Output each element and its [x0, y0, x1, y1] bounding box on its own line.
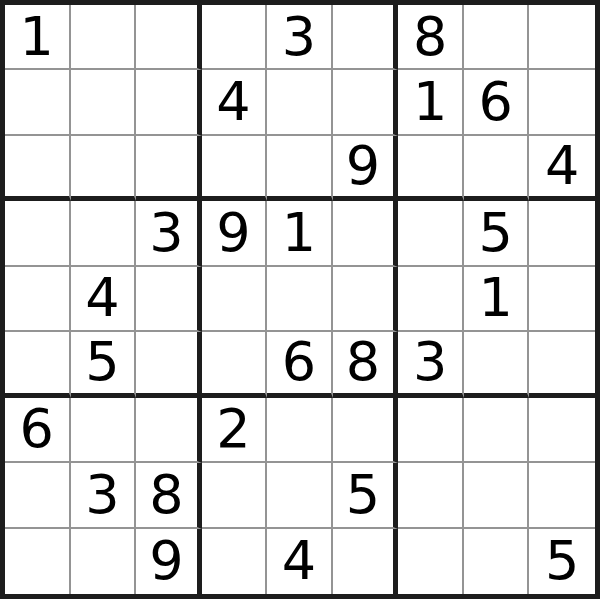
cell-r7c2[interactable] — [71, 398, 137, 463]
cell-r6c4[interactable] — [202, 332, 268, 397]
cell-r6c8[interactable] — [464, 332, 530, 397]
cell-r2c8[interactable]: 6 — [464, 70, 530, 135]
cell-r9c1[interactable] — [5, 529, 71, 594]
cell-r9c3[interactable]: 9 — [136, 529, 202, 594]
cell-r7c3[interactable] — [136, 398, 202, 463]
cell-r6c6[interactable]: 8 — [333, 332, 399, 397]
cell-r1c7[interactable]: 8 — [398, 5, 464, 70]
cell-r8c8[interactable] — [464, 463, 530, 528]
cell-r5c6[interactable] — [333, 267, 399, 332]
cell-r8c2[interactable]: 3 — [71, 463, 137, 528]
cell-r8c4[interactable] — [202, 463, 268, 528]
cell-r5c3[interactable] — [136, 267, 202, 332]
cell-r7c7[interactable] — [398, 398, 464, 463]
cell-r9c5[interactable]: 4 — [267, 529, 333, 594]
cell-r1c9[interactable] — [529, 5, 595, 70]
cell-r7c8[interactable] — [464, 398, 530, 463]
cell-r2c5[interactable] — [267, 70, 333, 135]
cell-r1c3[interactable] — [136, 5, 202, 70]
cell-r5c5[interactable] — [267, 267, 333, 332]
cell-r4c4[interactable]: 9 — [202, 201, 268, 266]
cell-r2c1[interactable] — [5, 70, 71, 135]
cell-r5c4[interactable] — [202, 267, 268, 332]
cell-r6c5[interactable]: 6 — [267, 332, 333, 397]
cell-r4c1[interactable] — [5, 201, 71, 266]
cell-r9c9[interactable]: 5 — [529, 529, 595, 594]
cell-r5c2[interactable]: 4 — [71, 267, 137, 332]
cell-r7c6[interactable] — [333, 398, 399, 463]
cell-r4c2[interactable] — [71, 201, 137, 266]
cell-r2c7[interactable]: 1 — [398, 70, 464, 135]
cell-r8c1[interactable] — [5, 463, 71, 528]
cell-r8c6[interactable]: 5 — [333, 463, 399, 528]
cell-r2c6[interactable] — [333, 70, 399, 135]
cell-r9c4[interactable] — [202, 529, 268, 594]
cell-r5c1[interactable] — [5, 267, 71, 332]
cell-r8c9[interactable] — [529, 463, 595, 528]
cell-r9c2[interactable] — [71, 529, 137, 594]
cell-r6c3[interactable] — [136, 332, 202, 397]
cell-r1c5[interactable]: 3 — [267, 5, 333, 70]
cell-r7c9[interactable] — [529, 398, 595, 463]
cell-r1c6[interactable] — [333, 5, 399, 70]
cell-r9c8[interactable] — [464, 529, 530, 594]
cell-r7c4[interactable]: 2 — [202, 398, 268, 463]
cell-r6c1[interactable] — [5, 332, 71, 397]
cell-r4c8[interactable]: 5 — [464, 201, 530, 266]
cell-r4c6[interactable] — [333, 201, 399, 266]
cell-r5c8[interactable]: 1 — [464, 267, 530, 332]
cell-r3c8[interactable] — [464, 136, 530, 201]
cell-r3c2[interactable] — [71, 136, 137, 201]
cell-r5c9[interactable] — [529, 267, 595, 332]
cell-r5c7[interactable] — [398, 267, 464, 332]
cell-r7c5[interactable] — [267, 398, 333, 463]
cell-r8c3[interactable]: 8 — [136, 463, 202, 528]
cell-r2c3[interactable] — [136, 70, 202, 135]
cell-r6c7[interactable]: 3 — [398, 332, 464, 397]
cell-r9c6[interactable] — [333, 529, 399, 594]
cell-r1c8[interactable] — [464, 5, 530, 70]
cell-r3c1[interactable] — [5, 136, 71, 201]
cell-r1c2[interactable] — [71, 5, 137, 70]
cell-r6c2[interactable]: 5 — [71, 332, 137, 397]
sudoku-board: 13841694391541568362385945 — [0, 0, 600, 599]
cell-r3c4[interactable] — [202, 136, 268, 201]
cell-r4c3[interactable]: 3 — [136, 201, 202, 266]
cell-r8c5[interactable] — [267, 463, 333, 528]
cell-r7c1[interactable]: 6 — [5, 398, 71, 463]
cell-r8c7[interactable] — [398, 463, 464, 528]
cell-r1c4[interactable] — [202, 5, 268, 70]
cell-r3c6[interactable]: 9 — [333, 136, 399, 201]
cell-r3c5[interactable] — [267, 136, 333, 201]
cell-r4c5[interactable]: 1 — [267, 201, 333, 266]
cell-r2c2[interactable] — [71, 70, 137, 135]
cell-r2c9[interactable] — [529, 70, 595, 135]
cell-r9c7[interactable] — [398, 529, 464, 594]
cell-r4c7[interactable] — [398, 201, 464, 266]
cell-r3c9[interactable]: 4 — [529, 136, 595, 201]
cell-r3c3[interactable] — [136, 136, 202, 201]
cell-r4c9[interactable] — [529, 201, 595, 266]
cell-r1c1[interactable]: 1 — [5, 5, 71, 70]
cell-r3c7[interactable] — [398, 136, 464, 201]
cell-r2c4[interactable]: 4 — [202, 70, 268, 135]
cell-r6c9[interactable] — [529, 332, 595, 397]
